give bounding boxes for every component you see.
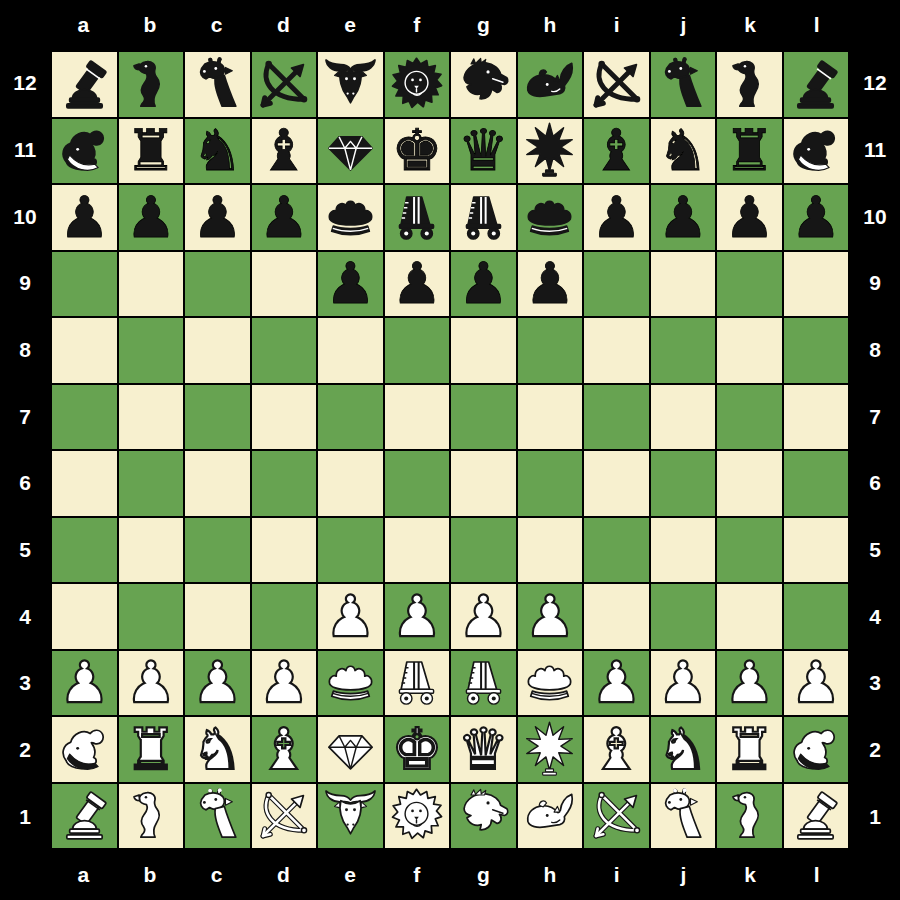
piece-black-cannon [56,56,113,113]
rank-label-10: 10 [850,183,900,250]
square-c12[interactable] [185,52,250,117]
piece-black-eagle [455,56,512,113]
piece-black-pawn: ♟ [458,255,509,312]
piece-white-knight: ♞ [657,721,708,778]
piece-black-pawn: ♟ [192,189,243,246]
square-g4[interactable]: ♟ [451,584,516,649]
file-label-i: i [583,0,650,50]
rank-label-4: 4 [850,583,900,650]
square-l4[interactable] [784,584,849,649]
piece-black-pawn: ♟ [657,189,708,246]
square-b1[interactable] [119,784,184,849]
square-l12[interactable] [784,52,849,117]
square-k11[interactable]: ♜ [717,119,782,184]
file-label-b: b [117,850,184,900]
square-k3[interactable]: ♟ [717,651,782,716]
rank-label-5: 5 [850,517,900,584]
square-h10[interactable] [518,185,583,250]
file-label-l: l [783,0,850,50]
square-d7[interactable] [252,385,317,450]
rank-label-3: 3 [850,650,900,717]
square-f10[interactable] [385,185,450,250]
square-h11[interactable] [518,119,583,184]
piece-white-pawn: ♟ [325,588,376,645]
square-k4[interactable] [717,584,782,649]
rank-label-7: 7 [850,383,900,450]
square-f2[interactable]: ♚ [385,717,450,782]
square-d5[interactable] [252,518,317,583]
piece-black-chariot [455,189,512,246]
piece-white-bull [322,787,379,844]
square-e10[interactable] [318,185,383,250]
square-b8[interactable] [119,318,184,383]
piece-white-pawn: ♟ [458,588,509,645]
piece-black-pawn: ♟ [125,189,176,246]
square-g2[interactable]: ♛ [451,717,516,782]
square-f11[interactable]: ♚ [385,119,450,184]
square-g11[interactable]: ♛ [451,119,516,184]
square-g5[interactable] [451,518,516,583]
square-f8[interactable] [385,318,450,383]
square-k6[interactable] [717,451,782,516]
square-j1[interactable] [651,784,716,849]
piece-white-pawn: ♟ [391,588,442,645]
square-b6[interactable] [119,451,184,516]
piece-black-pawn: ♟ [391,255,442,312]
square-b9[interactable] [119,252,184,317]
piece-black-crown [521,189,578,246]
file-label-d: d [250,0,317,50]
square-d11[interactable]: ♝ [252,119,317,184]
piece-white-camel [721,787,778,844]
square-j7[interactable] [651,385,716,450]
square-j5[interactable] [651,518,716,583]
piece-white-camel [122,787,179,844]
square-j12[interactable] [651,52,716,117]
square-a8[interactable] [52,318,117,383]
square-a7[interactable] [52,385,117,450]
piece-black-bishop: ♝ [591,122,642,179]
square-a11[interactable] [52,119,117,184]
square-h8[interactable] [518,318,583,383]
square-j9[interactable] [651,252,716,317]
file-label-c: c [183,850,250,900]
square-h5[interactable] [518,518,583,583]
square-d1[interactable] [252,784,317,849]
piece-white-elephant [56,721,113,778]
square-l9[interactable] [784,252,849,317]
square-l8[interactable] [784,318,849,383]
piece-white-crown [521,654,578,711]
square-f6[interactable] [385,451,450,516]
square-d9[interactable] [252,252,317,317]
piece-white-crown [322,654,379,711]
square-c8[interactable] [185,318,250,383]
piece-white-pawn: ♟ [790,654,841,711]
piece-white-giraffe [654,787,711,844]
file-label-j: j [650,850,717,900]
piece-black-knight: ♞ [657,122,708,179]
square-i5[interactable] [584,518,649,583]
piece-black-star [521,122,578,179]
game-board-screen: abcdefghijkl 121110987654321 ♜♞♝♚♛♝♞♜♟♟♟… [0,0,900,900]
file-label-d: d [250,850,317,900]
square-e2[interactable] [318,717,383,782]
square-a1[interactable] [52,784,117,849]
rank-label-2: 2 [850,717,900,784]
piece-white-king: ♚ [391,721,442,778]
square-i6[interactable] [584,451,649,516]
square-h3[interactable] [518,651,583,716]
square-f1[interactable] [385,784,450,849]
square-j4[interactable] [651,584,716,649]
square-a3[interactable]: ♟ [52,651,117,716]
file-label-e: e [317,0,384,50]
piece-white-pawn: ♟ [59,654,110,711]
square-i2[interactable]: ♝ [584,717,649,782]
piece-black-pawn: ♟ [325,255,376,312]
square-j2[interactable]: ♞ [651,717,716,782]
square-k12[interactable] [717,52,782,117]
square-g3[interactable] [451,651,516,716]
square-f12[interactable] [385,52,450,117]
file-label-g: g [450,0,517,50]
square-a12[interactable] [52,52,117,117]
square-l6[interactable] [784,451,849,516]
rank-label-12: 12 [0,50,50,117]
piece-white-bow [255,787,312,844]
square-e6[interactable] [318,451,383,516]
file-label-h: h [517,0,584,50]
square-g7[interactable] [451,385,516,450]
square-a2[interactable] [52,717,117,782]
square-k2[interactable]: ♜ [717,717,782,782]
square-l11[interactable] [784,119,849,184]
rank-label-5: 5 [0,517,50,584]
square-c1[interactable] [185,784,250,849]
piece-black-knight: ♞ [192,122,243,179]
piece-black-crown [322,189,379,246]
rank-label-4: 4 [0,583,50,650]
square-b3[interactable]: ♟ [119,651,184,716]
square-d8[interactable] [252,318,317,383]
piece-white-queen: ♛ [458,721,509,778]
square-e9[interactable]: ♟ [318,252,383,317]
piece-white-giraffe [189,787,246,844]
piece-black-rhinoceros [521,56,578,113]
file-labels-top: abcdefghijkl [50,0,850,50]
square-b10[interactable]: ♟ [119,185,184,250]
piece-white-rook: ♜ [724,721,775,778]
piece-white-cannon [787,787,844,844]
piece-white-chariot [388,654,445,711]
piece-black-pawn: ♟ [790,189,841,246]
square-g9[interactable]: ♟ [451,252,516,317]
square-d12[interactable] [252,52,317,117]
piece-black-elephant [56,122,113,179]
piece-white-pawn: ♟ [125,654,176,711]
rank-labels-right: 121110987654321 [850,50,900,850]
square-a10[interactable]: ♟ [52,185,117,250]
square-l10[interactable]: ♟ [784,185,849,250]
file-label-l: l [783,850,850,900]
piece-black-bow [588,56,645,113]
square-d4[interactable] [252,584,317,649]
square-d2[interactable]: ♝ [252,717,317,782]
piece-black-bow [255,56,312,113]
square-h7[interactable] [518,385,583,450]
piece-white-rook: ♜ [125,721,176,778]
piece-white-lion [388,787,445,844]
piece-black-bishop: ♝ [258,122,309,179]
rank-label-2: 2 [0,717,50,784]
square-f5[interactable] [385,518,450,583]
file-label-e: e [317,850,384,900]
square-e3[interactable] [318,651,383,716]
square-j10[interactable]: ♟ [651,185,716,250]
piece-white-pawn: ♟ [591,654,642,711]
rank-label-11: 11 [850,117,900,184]
square-g1[interactable] [451,784,516,849]
square-d6[interactable] [252,451,317,516]
square-i12[interactable] [584,52,649,117]
square-a6[interactable] [52,451,117,516]
piece-black-rook: ♜ [125,122,176,179]
piece-black-elephant [787,122,844,179]
square-c10[interactable]: ♟ [185,185,250,250]
rank-label-7: 7 [0,383,50,450]
square-c3[interactable]: ♟ [185,651,250,716]
piece-black-camel [122,56,179,113]
square-l2[interactable] [784,717,849,782]
square-c2[interactable]: ♞ [185,717,250,782]
square-c11[interactable]: ♞ [185,119,250,184]
square-e1[interactable] [318,784,383,849]
file-label-a: a [50,0,117,50]
square-b11[interactable]: ♜ [119,119,184,184]
piece-black-king: ♚ [391,122,442,179]
square-h9[interactable]: ♟ [518,252,583,317]
piece-black-giraffe [654,56,711,113]
square-k9[interactable] [717,252,782,317]
rank-label-11: 11 [0,117,50,184]
square-e7[interactable] [318,385,383,450]
piece-white-knight: ♞ [192,721,243,778]
rank-labels-left: 121110987654321 [0,50,50,850]
piece-black-camel [721,56,778,113]
square-h12[interactable] [518,52,583,117]
piece-white-pawn: ♟ [657,654,708,711]
rank-label-12: 12 [850,50,900,117]
rank-label-6: 6 [0,450,50,517]
square-b5[interactable] [119,518,184,583]
square-i8[interactable] [584,318,649,383]
square-b2[interactable]: ♜ [119,717,184,782]
rank-label-1: 1 [0,783,50,850]
square-h1[interactable] [518,784,583,849]
square-k1[interactable] [717,784,782,849]
square-f7[interactable] [385,385,450,450]
square-c7[interactable] [185,385,250,450]
rank-label-9: 9 [850,250,900,317]
square-f4[interactable]: ♟ [385,584,450,649]
square-b7[interactable] [119,385,184,450]
square-h2[interactable] [518,717,583,782]
square-c5[interactable] [185,518,250,583]
square-j11[interactable]: ♞ [651,119,716,184]
square-k10[interactable]: ♟ [717,185,782,250]
square-b12[interactable] [119,52,184,117]
file-label-g: g [450,850,517,900]
piece-white-bishop: ♝ [591,721,642,778]
square-e11[interactable] [318,119,383,184]
file-label-h: h [517,850,584,900]
file-label-a: a [50,850,117,900]
square-c9[interactable] [185,252,250,317]
piece-black-rook: ♜ [724,122,775,179]
square-g10[interactable] [451,185,516,250]
square-l3[interactable]: ♟ [784,651,849,716]
square-j8[interactable] [651,318,716,383]
piece-black-queen: ♛ [458,122,509,179]
file-label-j: j [650,0,717,50]
square-l7[interactable] [784,385,849,450]
square-k5[interactable] [717,518,782,583]
piece-black-lion [388,56,445,113]
rank-label-3: 3 [0,650,50,717]
chess-board: ♜♞♝♚♛♝♞♜♟♟♟♟♟♟♟♟♟♟♟♟♟♟♟♟♟♟♟♟♟♟♟♟♜♞♝♚♛♝♞♜ [50,50,850,850]
piece-white-diamond [322,721,379,778]
file-labels-bottom: abcdefghijkl [50,850,850,900]
rank-label-8: 8 [0,317,50,384]
square-f9[interactable]: ♟ [385,252,450,317]
piece-black-pawn: ♟ [724,189,775,246]
piece-white-elephant [787,721,844,778]
square-i7[interactable] [584,385,649,450]
rank-label-6: 6 [850,450,900,517]
file-label-b: b [117,0,184,50]
piece-black-pawn: ♟ [258,189,309,246]
square-k7[interactable] [717,385,782,450]
square-g12[interactable] [451,52,516,117]
square-f3[interactable] [385,651,450,716]
square-d10[interactable]: ♟ [252,185,317,250]
piece-white-cannon [56,787,113,844]
square-e5[interactable] [318,518,383,583]
piece-white-pawn: ♟ [192,654,243,711]
file-label-i: i [583,850,650,900]
square-h6[interactable] [518,451,583,516]
rank-label-9: 9 [0,250,50,317]
square-i3[interactable]: ♟ [584,651,649,716]
square-g6[interactable] [451,451,516,516]
square-e12[interactable] [318,52,383,117]
piece-white-bishop: ♝ [258,721,309,778]
piece-black-giraffe [189,56,246,113]
square-d3[interactable]: ♟ [252,651,317,716]
piece-white-pawn: ♟ [258,654,309,711]
square-a9[interactable] [52,252,117,317]
square-h4[interactable]: ♟ [518,584,583,649]
square-i4[interactable] [584,584,649,649]
piece-white-eagle [455,787,512,844]
square-b4[interactable] [119,584,184,649]
piece-black-diamond [322,122,379,179]
square-i9[interactable] [584,252,649,317]
square-j3[interactable]: ♟ [651,651,716,716]
piece-black-chariot [388,189,445,246]
square-j6[interactable] [651,451,716,516]
square-k8[interactable] [717,318,782,383]
file-label-c: c [183,0,250,50]
file-label-f: f [383,850,450,900]
piece-black-pawn: ♟ [524,255,575,312]
square-c6[interactable] [185,451,250,516]
piece-white-pawn: ♟ [524,588,575,645]
piece-black-pawn: ♟ [591,189,642,246]
piece-white-rhinoceros [521,787,578,844]
piece-white-bow [588,787,645,844]
square-c4[interactable] [185,584,250,649]
square-i11[interactable]: ♝ [584,119,649,184]
square-e4[interactable]: ♟ [318,584,383,649]
piece-black-bull [322,56,379,113]
square-a4[interactable] [52,584,117,649]
piece-black-pawn: ♟ [59,189,110,246]
square-i1[interactable] [584,784,649,849]
square-l1[interactable] [784,784,849,849]
piece-black-cannon [787,56,844,113]
square-e8[interactable] [318,318,383,383]
rank-label-10: 10 [0,183,50,250]
square-g8[interactable] [451,318,516,383]
square-a5[interactable] [52,518,117,583]
file-label-k: k [717,850,784,900]
file-label-k: k [717,0,784,50]
file-label-f: f [383,0,450,50]
piece-white-chariot [455,654,512,711]
piece-white-pawn: ♟ [724,654,775,711]
square-l5[interactable] [784,518,849,583]
rank-label-8: 8 [850,317,900,384]
rank-label-1: 1 [850,783,900,850]
square-i10[interactable]: ♟ [584,185,649,250]
piece-white-star [521,721,578,778]
